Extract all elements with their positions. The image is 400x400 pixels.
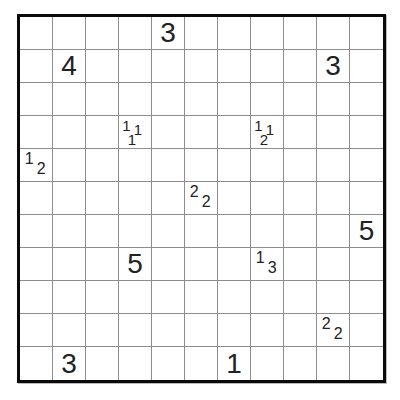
- cell-r8-c8[interactable]: [284, 281, 317, 314]
- cell-r0-c6[interactable]: [218, 17, 251, 50]
- clue-digit: 2: [202, 194, 211, 210]
- cell-r5-c6[interactable]: [218, 182, 251, 215]
- cell-r6-c7[interactable]: [251, 215, 284, 248]
- cell-r3-c4[interactable]: [152, 116, 185, 149]
- cell-r8-c0[interactable]: [20, 281, 53, 314]
- cell-r5-c4[interactable]: [152, 182, 185, 215]
- cell-r3-c8[interactable]: [284, 116, 317, 149]
- cell-r4-c3[interactable]: [119, 149, 152, 182]
- cell-r6-c0[interactable]: [20, 215, 53, 248]
- clue-digit: 3: [317, 50, 349, 82]
- cell-r4-c5[interactable]: [185, 149, 218, 182]
- clue-digit: 4: [53, 50, 85, 82]
- cell-r7-c6[interactable]: [218, 248, 251, 281]
- clue-digit: 2: [260, 132, 268, 147]
- cell-r10-c9[interactable]: [317, 347, 350, 380]
- clue-digit: 1: [128, 132, 136, 147]
- cell-r2-c2[interactable]: [86, 83, 119, 116]
- cell-r5-c9[interactable]: [317, 182, 350, 215]
- cell-r5-c0[interactable]: [20, 182, 53, 215]
- cell-r9-c9: 22: [317, 314, 350, 347]
- cell-r5-c7[interactable]: [251, 182, 284, 215]
- cell-r5-c10[interactable]: [350, 182, 383, 215]
- cell-r6-c10: 5: [350, 215, 383, 248]
- cell-r8-c3[interactable]: [119, 281, 152, 314]
- cell-r0-c2[interactable]: [86, 17, 119, 50]
- cell-r2-c4[interactable]: [152, 83, 185, 116]
- cell-r0-c7[interactable]: [251, 17, 284, 50]
- cell-r2-c6[interactable]: [218, 83, 251, 116]
- cell-r4-c7[interactable]: [251, 149, 284, 182]
- cell-r3-c10[interactable]: [350, 116, 383, 149]
- cell-r9-c4[interactable]: [152, 314, 185, 347]
- clue-digit: 2: [322, 316, 331, 332]
- cell-r8-c10[interactable]: [350, 281, 383, 314]
- cell-r10-c2[interactable]: [86, 347, 119, 380]
- clue-digit: 5: [350, 215, 383, 247]
- cell-r6-c1[interactable]: [53, 215, 86, 248]
- puzzle-page: 343111112122255132231: [0, 0, 400, 400]
- cell-r1-c5[interactable]: [185, 50, 218, 83]
- cell-r1-c8[interactable]: [284, 50, 317, 83]
- clue-digit: 3: [152, 17, 184, 49]
- cell-r3-c0[interactable]: [20, 116, 53, 149]
- clue-digit: 2: [37, 161, 46, 177]
- cell-r2-c7[interactable]: [251, 83, 284, 116]
- cell-r7-c3: 5: [119, 248, 152, 281]
- cell-r0-c9[interactable]: [317, 17, 350, 50]
- cell-r7-c0[interactable]: [20, 248, 53, 281]
- cell-r9-c3[interactable]: [119, 314, 152, 347]
- cell-r6-c3[interactable]: [119, 215, 152, 248]
- cell-r8-c1[interactable]: [53, 281, 86, 314]
- cell-r6-c8[interactable]: [284, 215, 317, 248]
- cell-r8-c6[interactable]: [218, 281, 251, 314]
- cell-r3-c2[interactable]: [86, 116, 119, 149]
- cell-r4-c8[interactable]: [284, 149, 317, 182]
- clue-digit: 2: [334, 326, 343, 342]
- clue-digit: 1: [256, 250, 265, 266]
- cell-r10-c5[interactable]: [185, 347, 218, 380]
- cell-r0-c8[interactable]: [284, 17, 317, 50]
- cell-r1-c6[interactable]: [218, 50, 251, 83]
- cell-r4-c1[interactable]: [53, 149, 86, 182]
- cell-r10-c8[interactable]: [284, 347, 317, 380]
- cell-r7-c9[interactable]: [317, 248, 350, 281]
- cell-r8-c4[interactable]: [152, 281, 185, 314]
- cell-r1-c2[interactable]: [86, 50, 119, 83]
- cell-r10-c7[interactable]: [251, 347, 284, 380]
- cell-r10-c6: 1: [218, 347, 251, 380]
- cell-r5-c1[interactable]: [53, 182, 86, 215]
- cell-r3-c7: 112: [251, 116, 284, 149]
- cell-r7-c2[interactable]: [86, 248, 119, 281]
- cell-r9-c7[interactable]: [251, 314, 284, 347]
- cell-r6-c4[interactable]: [152, 215, 185, 248]
- cell-r4-c10[interactable]: [350, 149, 383, 182]
- clue-digit: 2: [190, 184, 199, 200]
- cell-r1-c3[interactable]: [119, 50, 152, 83]
- cell-r5-c2[interactable]: [86, 182, 119, 215]
- cell-r2-c1[interactable]: [53, 83, 86, 116]
- clue-digit: 3: [268, 260, 277, 276]
- cell-r9-c0[interactable]: [20, 314, 53, 347]
- cell-r4-c0: 12: [20, 149, 53, 182]
- cell-r0-c3[interactable]: [119, 17, 152, 50]
- cell-r0-c5[interactable]: [185, 17, 218, 50]
- cell-r7-c10[interactable]: [350, 248, 383, 281]
- cell-r10-c1: 3: [53, 347, 86, 380]
- cell-r2-c5[interactable]: [185, 83, 218, 116]
- cell-r10-c0[interactable]: [20, 347, 53, 380]
- cell-r4-c2[interactable]: [86, 149, 119, 182]
- cell-r3-c6[interactable]: [218, 116, 251, 149]
- cell-r10-c4[interactable]: [152, 347, 185, 380]
- cell-r4-c4[interactable]: [152, 149, 185, 182]
- cell-r0-c4: 3: [152, 17, 185, 50]
- cell-r7-c5[interactable]: [185, 248, 218, 281]
- cell-r10-c10[interactable]: [350, 347, 383, 380]
- cell-r1-c4[interactable]: [152, 50, 185, 83]
- cell-r6-c5[interactable]: [185, 215, 218, 248]
- cell-r6-c9[interactable]: [317, 215, 350, 248]
- cell-r6-c2[interactable]: [86, 215, 119, 248]
- cell-r7-c4[interactable]: [152, 248, 185, 281]
- clue-digit: 5: [119, 248, 151, 280]
- cell-r3-c5[interactable]: [185, 116, 218, 149]
- cell-r5-c5: 22: [185, 182, 218, 215]
- cell-r2-c0[interactable]: [20, 83, 53, 116]
- cell-r3-c1[interactable]: [53, 116, 86, 149]
- cell-r5-c3[interactable]: [119, 182, 152, 215]
- cell-r1-c9: 3: [317, 50, 350, 83]
- cell-r7-c8[interactable]: [284, 248, 317, 281]
- cell-r8-c9[interactable]: [317, 281, 350, 314]
- cell-r5-c8[interactable]: [284, 182, 317, 215]
- cell-r3-c3: 111: [119, 116, 152, 149]
- clue-digit: 3: [53, 347, 85, 380]
- cell-r0-c10[interactable]: [350, 17, 383, 50]
- cell-r8-c2[interactable]: [86, 281, 119, 314]
- cell-r8-c7[interactable]: [251, 281, 284, 314]
- cell-r10-c3[interactable]: [119, 347, 152, 380]
- cell-r6-c6[interactable]: [218, 215, 251, 248]
- cell-r2-c8[interactable]: [284, 83, 317, 116]
- cell-r1-c0[interactable]: [20, 50, 53, 83]
- cell-r1-c10[interactable]: [350, 50, 383, 83]
- cell-r1-c7[interactable]: [251, 50, 284, 83]
- cell-r2-c9[interactable]: [317, 83, 350, 116]
- cell-r1-c1: 4: [53, 50, 86, 83]
- cell-r3-c9[interactable]: [317, 116, 350, 149]
- tapa-board: 343111112122255132231: [17, 14, 386, 383]
- clue-digit: 1: [218, 347, 250, 380]
- cell-r9-c8[interactable]: [284, 314, 317, 347]
- cell-r4-c9[interactable]: [317, 149, 350, 182]
- cell-r0-c0[interactable]: [20, 17, 53, 50]
- cell-r9-c6[interactable]: [218, 314, 251, 347]
- cell-r4-c6[interactable]: [218, 149, 251, 182]
- cell-r7-c7: 13: [251, 248, 284, 281]
- cell-r7-c1[interactable]: [53, 248, 86, 281]
- cell-r0-c1[interactable]: [53, 17, 86, 50]
- cell-r9-c1[interactable]: [53, 314, 86, 347]
- cell-r8-c5[interactable]: [185, 281, 218, 314]
- cell-r9-c10[interactable]: [350, 314, 383, 347]
- cell-r2-c10[interactable]: [350, 83, 383, 116]
- cell-r9-c5[interactable]: [185, 314, 218, 347]
- cell-r2-c3[interactable]: [119, 83, 152, 116]
- clue-digit: 1: [25, 151, 34, 167]
- cell-r9-c2[interactable]: [86, 314, 119, 347]
